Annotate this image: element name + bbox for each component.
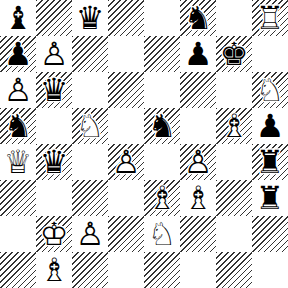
chess-board: ♝♝♛♛♞♞♜♖♟♟♟♙♟♟♚♚♟♙♛♛♞♘♞♞♞♘♞♞♝♗♟♟♛♕♛♛♟♙♟♙… xyxy=(0,0,288,288)
square-a7[interactable]: ♟♟ xyxy=(0,36,36,72)
square-h5[interactable]: ♟♟ xyxy=(252,108,288,144)
square-f1[interactable] xyxy=(180,252,216,288)
square-a1[interactable] xyxy=(0,252,36,288)
square-a3[interactable] xyxy=(0,180,36,216)
white-bishop: ♗ xyxy=(36,252,72,288)
square-h2[interactable] xyxy=(252,216,288,252)
black-bishop: ♝ xyxy=(0,0,36,36)
square-a4[interactable]: ♛♕ xyxy=(0,144,36,180)
square-b2[interactable]: ♚♔ xyxy=(36,216,72,252)
square-d5[interactable] xyxy=(108,108,144,144)
white-rook: ♖ xyxy=(252,0,288,36)
square-e4[interactable] xyxy=(144,144,180,180)
piece-halo: ♝ xyxy=(216,108,252,144)
piece-halo: ♟ xyxy=(72,216,108,252)
piece-halo: ♛ xyxy=(0,144,36,180)
square-b5[interactable] xyxy=(36,108,72,144)
square-h1[interactable] xyxy=(252,252,288,288)
white-knight: ♘ xyxy=(144,216,180,252)
black-queen: ♛ xyxy=(36,72,72,108)
black-queen: ♛ xyxy=(72,0,108,36)
square-a5[interactable]: ♞♞ xyxy=(0,108,36,144)
square-g3[interactable] xyxy=(216,180,252,216)
square-f7[interactable]: ♟♟ xyxy=(180,36,216,72)
square-e3[interactable]: ♝♗ xyxy=(144,180,180,216)
piece-halo: ♝ xyxy=(36,252,72,288)
piece-halo: ♟ xyxy=(0,72,36,108)
white-king: ♔ xyxy=(36,216,72,252)
black-pawn: ♟ xyxy=(0,36,36,72)
black-rook: ♜ xyxy=(252,144,288,180)
square-d6[interactable] xyxy=(108,72,144,108)
piece-halo: ♟ xyxy=(0,36,36,72)
piece-halo: ♚ xyxy=(216,36,252,72)
square-c6[interactable] xyxy=(72,72,108,108)
square-c3[interactable] xyxy=(72,180,108,216)
square-h3[interactable]: ♜♜ xyxy=(252,180,288,216)
square-b3[interactable] xyxy=(36,180,72,216)
white-bishop: ♗ xyxy=(216,108,252,144)
square-d8[interactable] xyxy=(108,0,144,36)
piece-halo: ♛ xyxy=(36,72,72,108)
square-c4[interactable] xyxy=(72,144,108,180)
piece-halo: ♞ xyxy=(72,108,108,144)
square-c5[interactable]: ♞♘ xyxy=(72,108,108,144)
white-knight: ♘ xyxy=(252,72,288,108)
square-d3[interactable] xyxy=(108,180,144,216)
square-g2[interactable] xyxy=(216,216,252,252)
square-e1[interactable] xyxy=(144,252,180,288)
piece-halo: ♜ xyxy=(252,0,288,36)
square-f3[interactable]: ♝♗ xyxy=(180,180,216,216)
square-h4[interactable]: ♜♜ xyxy=(252,144,288,180)
square-f6[interactable] xyxy=(180,72,216,108)
square-g7[interactable]: ♚♚ xyxy=(216,36,252,72)
square-c7[interactable] xyxy=(72,36,108,72)
piece-halo: ♟ xyxy=(108,144,144,180)
piece-halo: ♛ xyxy=(72,0,108,36)
black-knight: ♞ xyxy=(180,0,216,36)
square-f4[interactable]: ♟♙ xyxy=(180,144,216,180)
piece-halo: ♝ xyxy=(144,180,180,216)
white-queen: ♕ xyxy=(0,144,36,180)
square-h7[interactable] xyxy=(252,36,288,72)
square-g5[interactable]: ♝♗ xyxy=(216,108,252,144)
white-pawn: ♙ xyxy=(0,72,36,108)
square-e7[interactable] xyxy=(144,36,180,72)
square-f8[interactable]: ♞♞ xyxy=(180,0,216,36)
square-b6[interactable]: ♛♛ xyxy=(36,72,72,108)
piece-halo: ♝ xyxy=(180,180,216,216)
square-g1[interactable] xyxy=(216,252,252,288)
square-c8[interactable]: ♛♛ xyxy=(72,0,108,36)
square-b8[interactable] xyxy=(36,0,72,36)
square-b4[interactable]: ♛♛ xyxy=(36,144,72,180)
square-e6[interactable] xyxy=(144,72,180,108)
white-bishop: ♗ xyxy=(180,180,216,216)
square-f5[interactable] xyxy=(180,108,216,144)
piece-halo: ♞ xyxy=(144,216,180,252)
white-pawn: ♙ xyxy=(180,144,216,180)
square-d2[interactable] xyxy=(108,216,144,252)
black-pawn: ♟ xyxy=(252,108,288,144)
piece-halo: ♝ xyxy=(0,0,36,36)
piece-halo: ♜ xyxy=(252,144,288,180)
white-bishop: ♗ xyxy=(144,180,180,216)
square-a2[interactable] xyxy=(0,216,36,252)
piece-halo: ♞ xyxy=(144,108,180,144)
piece-halo: ♜ xyxy=(252,180,288,216)
square-a8[interactable]: ♝♝ xyxy=(0,0,36,36)
piece-halo: ♟ xyxy=(252,108,288,144)
piece-halo: ♛ xyxy=(36,144,72,180)
chess-diagram: ♝♝♛♛♞♞♜♖♟♟♟♙♟♟♚♚♟♙♛♛♞♘♞♞♞♘♞♞♝♗♟♟♛♕♛♛♟♙♟♙… xyxy=(0,0,288,288)
black-rook: ♜ xyxy=(252,180,288,216)
piece-halo: ♞ xyxy=(252,72,288,108)
square-d1[interactable] xyxy=(108,252,144,288)
black-knight: ♞ xyxy=(0,108,36,144)
square-f2[interactable] xyxy=(180,216,216,252)
white-pawn: ♙ xyxy=(36,36,72,72)
square-c2[interactable]: ♟♙ xyxy=(72,216,108,252)
square-b7[interactable]: ♟♙ xyxy=(36,36,72,72)
piece-halo: ♟ xyxy=(36,36,72,72)
square-a6[interactable]: ♟♙ xyxy=(0,72,36,108)
square-c1[interactable] xyxy=(72,252,108,288)
square-d7[interactable] xyxy=(108,36,144,72)
square-b1[interactable]: ♝♗ xyxy=(36,252,72,288)
white-pawn: ♙ xyxy=(108,144,144,180)
square-g4[interactable] xyxy=(216,144,252,180)
square-d4[interactable]: ♟♙ xyxy=(108,144,144,180)
white-pawn: ♙ xyxy=(72,216,108,252)
square-e5[interactable]: ♞♞ xyxy=(144,108,180,144)
black-queen: ♛ xyxy=(36,144,72,180)
square-e8[interactable] xyxy=(144,0,180,36)
square-e2[interactable]: ♞♘ xyxy=(144,216,180,252)
piece-halo: ♟ xyxy=(180,144,216,180)
piece-halo: ♞ xyxy=(0,108,36,144)
square-g6[interactable] xyxy=(216,72,252,108)
white-knight: ♘ xyxy=(72,108,108,144)
piece-halo: ♚ xyxy=(36,216,72,252)
square-g8[interactable] xyxy=(216,0,252,36)
black-king: ♚ xyxy=(216,36,252,72)
piece-halo: ♟ xyxy=(180,36,216,72)
black-pawn: ♟ xyxy=(180,36,216,72)
square-h8[interactable]: ♜♖ xyxy=(252,0,288,36)
black-knight: ♞ xyxy=(144,108,180,144)
piece-halo: ♞ xyxy=(180,0,216,36)
square-h6[interactable]: ♞♘ xyxy=(252,72,288,108)
